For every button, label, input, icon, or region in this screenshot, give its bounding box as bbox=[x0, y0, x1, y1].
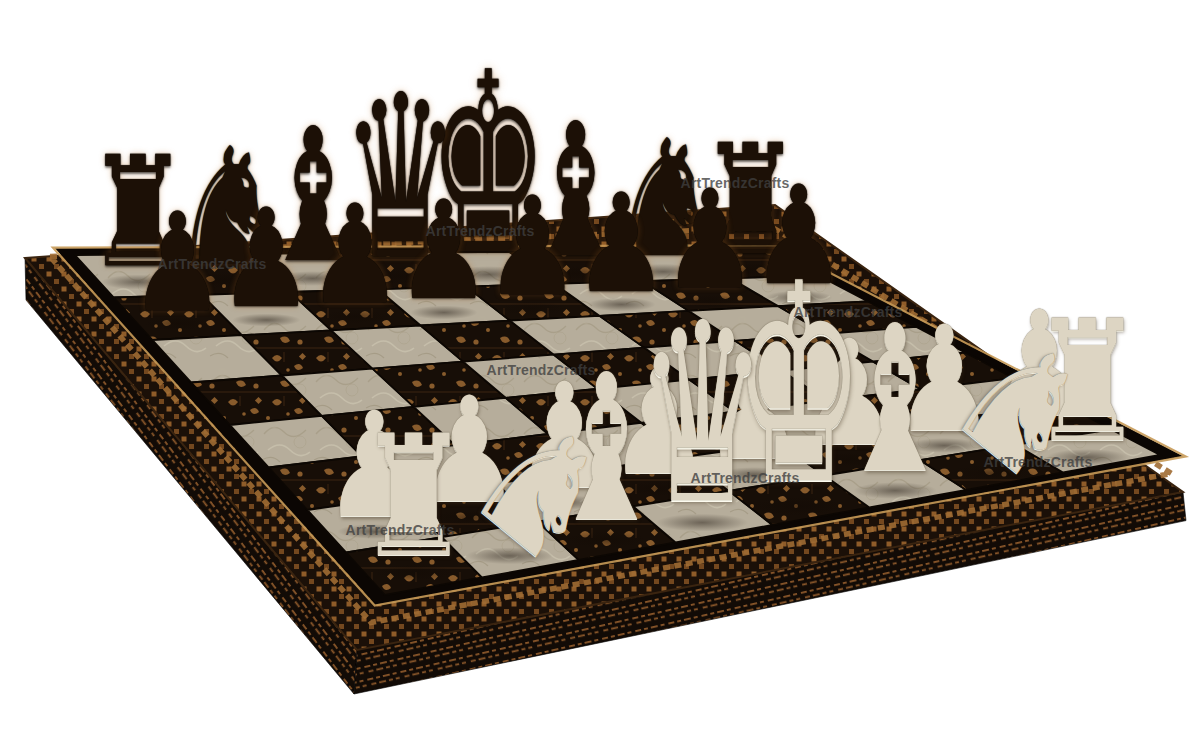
watermark-text-1: ArtTrendzCrafts bbox=[158, 256, 267, 272]
watermark-text-4: ArtTrendzCrafts bbox=[487, 362, 596, 378]
watermark-text-6: ArtTrendzCrafts bbox=[346, 522, 455, 538]
watermark-text-5: ArtTrendzCrafts bbox=[794, 304, 903, 320]
chess-board bbox=[0, 0, 1200, 734]
watermark-text-2: ArtTrendzCrafts bbox=[426, 223, 535, 239]
watermark-text-8: ArtTrendzCrafts bbox=[691, 470, 800, 486]
chess-set-product-photo: ♜♞♝♛♚♝♞♜♟♟♟♟♟♟♟♟♟♟♟♟♟♟♟♟♜♞♝♛♚♝♞♜ ArtTren… bbox=[0, 0, 1200, 734]
watermark-text-3: ArtTrendzCrafts bbox=[681, 175, 790, 191]
watermark-text-7: ArtTrendzCrafts bbox=[984, 454, 1093, 470]
